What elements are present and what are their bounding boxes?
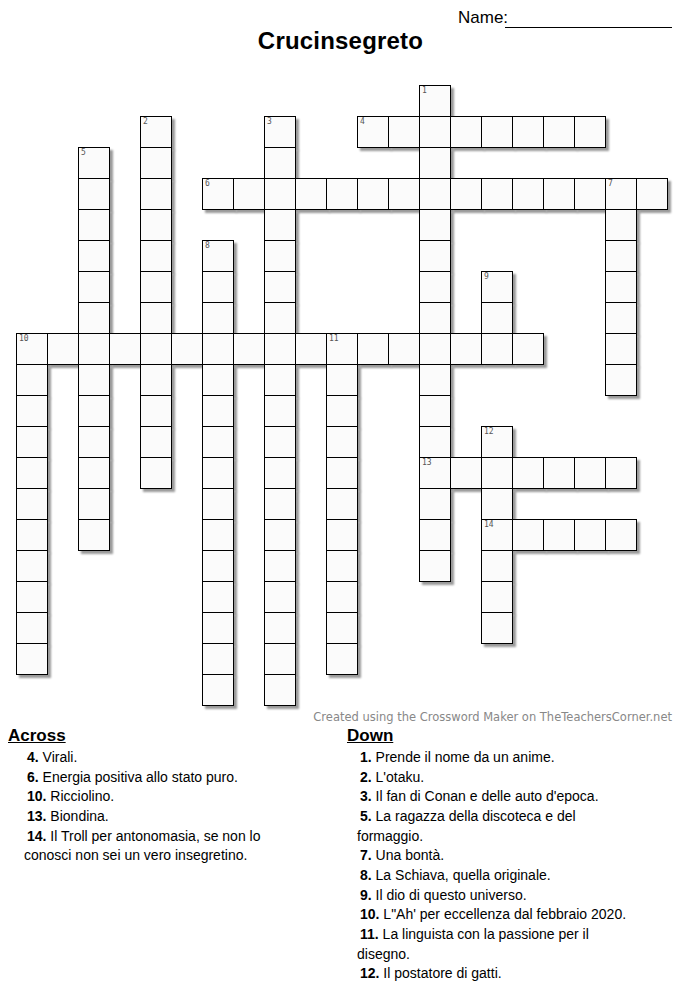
clue-number-label: 9.: [360, 887, 376, 903]
grid-cell-r8c0[interactable]: 10: [16, 333, 48, 365]
cell-number: 10: [19, 334, 29, 344]
grid-cell-r1c11[interactable]: 4: [357, 116, 389, 148]
grid-cell-r8c8[interactable]: [264, 333, 296, 365]
grid-cell-r3c6[interactable]: 6: [202, 178, 234, 210]
down-clue-11: 11. La linguista con la passione per il …: [357, 925, 639, 964]
clue-number-label: 2.: [360, 769, 376, 785]
clue-text: La linguista con la passione per il dise…: [357, 926, 589, 962]
grid-cell-r12c0[interactable]: [16, 457, 48, 489]
grid-cell-r3c16[interactable]: [512, 178, 544, 210]
grid-cell-r2c8[interactable]: [264, 147, 296, 179]
cell-number: 4: [360, 117, 365, 127]
grid-cell-r18c8[interactable]: [264, 643, 296, 675]
grid-cell-r8c12[interactable]: [388, 333, 420, 365]
cell-number: 1: [422, 86, 427, 96]
clue-number-label: 8.: [360, 867, 376, 883]
cell-number: 8: [205, 241, 210, 251]
grid-cell-r8c10[interactable]: 11: [326, 333, 358, 365]
grid-cell-r10c4[interactable]: [140, 395, 172, 427]
grid-cell-r6c8[interactable]: [264, 271, 296, 303]
grid-cell-r14c18[interactable]: [574, 519, 606, 551]
grid-cell-r1c18[interactable]: [574, 116, 606, 148]
grid-cell-r10c13[interactable]: [419, 395, 451, 427]
grid-cell-r2c4[interactable]: [140, 147, 172, 179]
grid-cell-r7c6[interactable]: [202, 302, 234, 334]
cell-number: 7: [608, 179, 613, 189]
grid-cell-r14c8[interactable]: [264, 519, 296, 551]
across-clue-4: 4. Virali.: [24, 748, 294, 768]
grid-cell-r10c2[interactable]: [78, 395, 110, 427]
grid-cell-r6c6[interactable]: [202, 271, 234, 303]
grid-cell-r8c15[interactable]: [481, 333, 513, 365]
credit-note: Created using the Crossword Maker on The…: [313, 710, 672, 724]
grid-cell-r13c13[interactable]: [419, 488, 451, 520]
clue-number-label: 13.: [27, 808, 50, 824]
cell-number: 5: [81, 148, 86, 158]
grid-cell-r18c6[interactable]: [202, 643, 234, 675]
cell-number: 3: [267, 117, 272, 127]
grid-cell-r1c4[interactable]: 2: [140, 116, 172, 148]
grid-cell-r9c19[interactable]: [605, 364, 637, 396]
grid-cell-r8c11[interactable]: [357, 333, 389, 365]
grid-cell-r17c0[interactable]: [16, 612, 48, 644]
grid-cell-r15c15[interactable]: [481, 550, 513, 582]
clue-number-label: 7.: [360, 847, 376, 863]
grid-cell-r11c2[interactable]: [78, 426, 110, 458]
grid-cell-r8c4[interactable]: [140, 333, 172, 365]
cell-number: 12: [484, 427, 494, 437]
grid-cell-r3c8[interactable]: [264, 178, 296, 210]
across-clue-13: 13. Biondina.: [24, 807, 294, 827]
grid-cell-r7c2[interactable]: [78, 302, 110, 334]
grid-cell-r14c17[interactable]: [543, 519, 575, 551]
across-clues-section: Across 4. Virali.6. Energia positiva all…: [8, 725, 308, 866]
grid-cell-r19c6[interactable]: [202, 674, 234, 706]
cell-number: 11: [329, 334, 339, 344]
grid-cell-r15c0[interactable]: [16, 550, 48, 582]
grid-cell-r3c11[interactable]: [357, 178, 389, 210]
grid-cell-r9c0[interactable]: [16, 364, 48, 396]
grid-cell-r12c15[interactable]: [481, 457, 513, 489]
grid-cell-r18c0[interactable]: [16, 643, 48, 675]
grid-cell-r16c15[interactable]: [481, 581, 513, 613]
grid-cell-r9c10[interactable]: [326, 364, 358, 396]
grid-cell-r1c14[interactable]: [450, 116, 482, 148]
grid-cell-r16c0[interactable]: [16, 581, 48, 613]
grid-cell-r10c10[interactable]: [326, 395, 358, 427]
grid-cell-r15c6[interactable]: [202, 550, 234, 582]
grid-cell-r19c8[interactable]: [264, 674, 296, 706]
grid-cell-r6c15[interactable]: 9: [481, 271, 513, 303]
grid-cell-r6c2[interactable]: [78, 271, 110, 303]
grid-cell-r13c2[interactable]: [78, 488, 110, 520]
grid-cell-r14c6[interactable]: [202, 519, 234, 551]
grid-cell-r14c0[interactable]: [16, 519, 48, 551]
grid-cell-r5c4[interactable]: [140, 240, 172, 272]
grid-cell-r4c2[interactable]: [78, 209, 110, 241]
grid-cell-r17c8[interactable]: [264, 612, 296, 644]
grid-cell-r6c19[interactable]: [605, 271, 637, 303]
grid-cell-r12c19[interactable]: [605, 457, 637, 489]
grid-cell-r8c14[interactable]: [450, 333, 482, 365]
grid-cell-r12c6[interactable]: [202, 457, 234, 489]
grid-cell-r12c14[interactable]: [450, 457, 482, 489]
across-clue-14: 14. Il Troll per antonomasia, se non lo …: [24, 827, 294, 866]
grid-cell-r6c4[interactable]: [140, 271, 172, 303]
clue-text: L'otaku.: [376, 769, 425, 785]
grid-cell-r10c0[interactable]: [16, 395, 48, 427]
grid-cell-r9c6[interactable]: [202, 364, 234, 396]
clue-text: Biondina.: [50, 808, 108, 824]
name-blank-line[interactable]: [505, 10, 672, 28]
name-label: Name:: [458, 9, 508, 27]
clue-text: Il dio di questo universo.: [376, 887, 527, 903]
grid-cell-r3c13[interactable]: [419, 178, 451, 210]
grid-cell-r4c4[interactable]: [140, 209, 172, 241]
grid-cell-r2c2[interactable]: 5: [78, 147, 110, 179]
grid-cell-r5c19[interactable]: [605, 240, 637, 272]
grid-cell-r11c0[interactable]: [16, 426, 48, 458]
clue-number-label: 4.: [27, 749, 43, 765]
grid-cell-r9c13[interactable]: [419, 364, 451, 396]
grid-cell-r8c19[interactable]: [605, 333, 637, 365]
clue-number-label: 14.: [27, 828, 50, 844]
grid-cell-r3c10[interactable]: [326, 178, 358, 210]
grid-cell-r8c2[interactable]: [78, 333, 110, 365]
across-clue-10: 10. Ricciolino.: [24, 787, 294, 807]
grid-cell-r3c18[interactable]: [574, 178, 606, 210]
grid-cell-r17c10[interactable]: [326, 612, 358, 644]
cell-number: 13: [422, 458, 432, 468]
grid-cell-r0c13[interactable]: 1: [419, 85, 451, 117]
grid-cell-r17c6[interactable]: [202, 612, 234, 644]
grid-cell-r8c5[interactable]: [171, 333, 203, 365]
grid-cell-r14c2[interactable]: [78, 519, 110, 551]
grid-cell-r12c18[interactable]: [574, 457, 606, 489]
grid-cell-r12c16[interactable]: [512, 457, 544, 489]
grid-cell-r15c13[interactable]: [419, 550, 451, 582]
grid-cell-r14c15[interactable]: 14: [481, 519, 513, 551]
across-clue-6: 6. Energia positiva allo stato puro.: [24, 768, 294, 788]
grid-cell-r14c13[interactable]: [419, 519, 451, 551]
grid-cell-r15c8[interactable]: [264, 550, 296, 582]
grid-cell-r5c6[interactable]: 8: [202, 240, 234, 272]
grid-cell-r8c6[interactable]: [202, 333, 234, 365]
cell-number: 6: [205, 179, 210, 189]
cell-number: 14: [484, 520, 494, 530]
grid-cell-r9c8[interactable]: [264, 364, 296, 396]
grid-cell-r9c4[interactable]: [140, 364, 172, 396]
clue-text: L"Ah' per eccellenza dal febbraio 2020.: [383, 906, 626, 922]
grid-cell-r13c15[interactable]: [481, 488, 513, 520]
grid-cell-r1c8[interactable]: 3: [264, 116, 296, 148]
clue-number-label: 12.: [360, 965, 383, 981]
down-clue-1: 1. Prende il nome da un anime.: [357, 748, 639, 768]
grid-cell-r12c13[interactable]: 13: [419, 457, 451, 489]
grid-cell-r8c9[interactable]: [295, 333, 327, 365]
grid-cell-r7c4[interactable]: [140, 302, 172, 334]
clue-text: Il Troll per antonomasia, se non lo cono…: [24, 828, 260, 864]
down-clue-12: 12. Il postatore di gatti.: [357, 964, 639, 984]
cell-number: 9: [484, 272, 489, 282]
puzzle-title: Crucinsegreto: [0, 27, 681, 55]
grid-cell-r7c13[interactable]: [419, 302, 451, 334]
grid-cell-r16c10[interactable]: [326, 581, 358, 613]
clue-number-label: 6.: [27, 769, 43, 785]
clue-number-label: 11.: [360, 926, 383, 942]
grid-cell-r6c13[interactable]: [419, 271, 451, 303]
grid-cell-r5c13[interactable]: [419, 240, 451, 272]
grid-cell-r16c8[interactable]: [264, 581, 296, 613]
grid-cell-r18c10[interactable]: [326, 643, 358, 675]
grid-cell-r3c19[interactable]: 7: [605, 178, 637, 210]
grid-cell-r8c16[interactable]: [512, 333, 544, 365]
clue-text: La ragazza della discoteca e del formagg…: [357, 808, 576, 844]
clue-number-label: 10.: [27, 788, 50, 804]
grid-cell-r11c6[interactable]: [202, 426, 234, 458]
clue-text: Prende il nome da un anime.: [376, 749, 555, 765]
grid-cell-r3c20[interactable]: [636, 178, 668, 210]
clue-text: Virali.: [43, 749, 78, 765]
grid-cell-r4c13[interactable]: [419, 209, 451, 241]
grid-cell-r11c15[interactable]: 12: [481, 426, 513, 458]
clue-text: Energia positiva allo stato puro.: [43, 769, 238, 785]
clue-text: Il postatore di gatti.: [383, 965, 501, 981]
grid-cell-r5c8[interactable]: [264, 240, 296, 272]
grid-cell-r3c2[interactable]: [78, 178, 110, 210]
down-clue-2: 2. L'otaku.: [357, 768, 639, 788]
grid-cell-r16c6[interactable]: [202, 581, 234, 613]
grid-cell-r8c13[interactable]: [419, 333, 451, 365]
grid-cell-r3c12[interactable]: [388, 178, 420, 210]
crossword-grid: 1234567891011121314: [16, 85, 668, 706]
grid-cell-r1c12[interactable]: [388, 116, 420, 148]
grid-cell-r1c13[interactable]: [419, 116, 451, 148]
grid-cell-r1c17[interactable]: [543, 116, 575, 148]
grid-cell-r3c7[interactable]: [233, 178, 265, 210]
grid-cell-r4c19[interactable]: [605, 209, 637, 241]
down-clue-5: 5. La ragazza della discoteca e del form…: [357, 807, 639, 846]
grid-cell-r2c13[interactable]: [419, 147, 451, 179]
clue-text: La Schiava, quella originale.: [376, 867, 551, 883]
grid-cell-r12c17[interactable]: [543, 457, 575, 489]
clue-text: Una bontà.: [376, 847, 445, 863]
grid-cell-r4c8[interactable]: [264, 209, 296, 241]
grid-cell-r17c15[interactable]: [481, 612, 513, 644]
grid-cell-r13c8[interactable]: [264, 488, 296, 520]
grid-cell-r9c2[interactable]: [78, 364, 110, 396]
grid-cell-r11c8[interactable]: [264, 426, 296, 458]
grid-cell-r10c6[interactable]: [202, 395, 234, 427]
grid-cell-r14c19[interactable]: [605, 519, 637, 551]
grid-cell-r3c15[interactable]: [481, 178, 513, 210]
grid-cell-r12c4[interactable]: [140, 457, 172, 489]
grid-cell-r3c4[interactable]: [140, 178, 172, 210]
clue-number-label: 1.: [360, 749, 376, 765]
grid-cell-r12c2[interactable]: [78, 457, 110, 489]
grid-cell-r13c6[interactable]: [202, 488, 234, 520]
clue-number-label: 10.: [360, 906, 383, 922]
grid-cell-r3c9[interactable]: [295, 178, 327, 210]
down-clue-9: 9. Il dio di questo universo.: [357, 886, 639, 906]
grid-cell-r1c16[interactable]: [512, 116, 544, 148]
down-clue-list: 1. Prende il nome da un anime.2. L'otaku…: [347, 748, 639, 984]
grid-cell-r3c14[interactable]: [450, 178, 482, 210]
clue-number-label: 5.: [360, 808, 376, 824]
grid-cell-r14c16[interactable]: [512, 519, 544, 551]
across-heading: Across: [8, 725, 308, 746]
down-clues-section: Down 1. Prende il nome da un anime.2. L'…: [347, 725, 667, 984]
grid-cell-r11c10[interactable]: [326, 426, 358, 458]
down-clue-10: 10. L"Ah' per eccellenza dal febbraio 20…: [357, 905, 639, 925]
grid-cell-r15c10[interactable]: [326, 550, 358, 582]
grid-cell-r13c10[interactable]: [326, 488, 358, 520]
grid-cell-r14c10[interactable]: [326, 519, 358, 551]
down-clue-7: 7. Una bontà.: [357, 846, 639, 866]
cell-number: 2: [143, 117, 148, 127]
grid-cell-r8c3[interactable]: [109, 333, 141, 365]
down-clue-3: 3. Il fan di Conan e delle auto d'epoca.: [357, 787, 639, 807]
clue-number-label: 3.: [360, 788, 376, 804]
grid-cell-r12c10[interactable]: [326, 457, 358, 489]
grid-cell-r1c15[interactable]: [481, 116, 513, 148]
grid-cell-r5c2[interactable]: [78, 240, 110, 272]
down-clue-8: 8. La Schiava, quella originale.: [357, 866, 639, 886]
grid-cell-r10c8[interactable]: [264, 395, 296, 427]
grid-cell-r11c4[interactable]: [140, 426, 172, 458]
grid-cell-r12c8[interactable]: [264, 457, 296, 489]
grid-cell-r3c17[interactable]: [543, 178, 575, 210]
grid-cell-r7c8[interactable]: [264, 302, 296, 334]
grid-cell-r7c15[interactable]: [481, 302, 513, 334]
down-heading: Down: [347, 725, 667, 746]
grid-cell-r11c13[interactable]: [419, 426, 451, 458]
grid-cell-r13c0[interactable]: [16, 488, 48, 520]
grid-cell-r8c7[interactable]: [233, 333, 265, 365]
grid-cell-r7c19[interactable]: [605, 302, 637, 334]
clue-text: Ricciolino.: [50, 788, 114, 804]
grid-cell-r8c1[interactable]: [47, 333, 79, 365]
clue-text: Il fan di Conan e delle auto d'epoca.: [376, 788, 599, 804]
across-clue-list: 4. Virali.6. Energia positiva allo stato…: [8, 748, 294, 866]
